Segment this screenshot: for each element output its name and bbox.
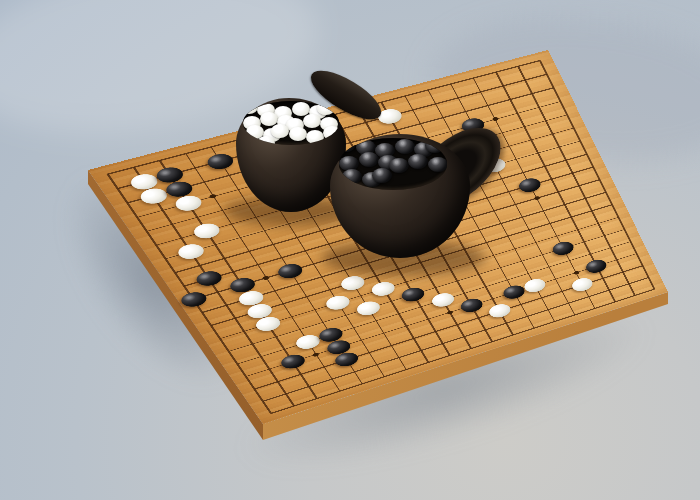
- white-bowl-opening: [243, 101, 339, 145]
- white-stone: [429, 291, 457, 309]
- star-point: [533, 196, 540, 201]
- black-heap-stone: [342, 169, 362, 184]
- white-heap-stone: [323, 126, 339, 140]
- black-stone: [399, 285, 427, 303]
- star-point: [446, 310, 453, 315]
- white-stone-heap: [243, 101, 339, 145]
- white-heap-stone: [306, 130, 324, 144]
- white-stone: [174, 242, 207, 262]
- white-stone: [354, 299, 383, 318]
- black-stone: [204, 151, 237, 171]
- white-heap-stone: [271, 124, 289, 138]
- black-heap-stone: [408, 154, 428, 169]
- white-heap-stone: [243, 140, 258, 145]
- white-heap-stone: [257, 136, 275, 145]
- white-heap-stone: [303, 114, 321, 128]
- star-point: [573, 270, 580, 275]
- black-stone: [193, 269, 225, 289]
- star-point: [492, 117, 499, 122]
- black-stone: [275, 261, 306, 280]
- black-stone: [458, 297, 485, 315]
- black-heap-stone: [395, 139, 415, 154]
- white-stone: [522, 277, 548, 295]
- white-stone: [369, 279, 398, 298]
- black-heap-stone: [389, 158, 409, 173]
- photo-scene: [0, 0, 700, 500]
- white-stone: [190, 221, 222, 241]
- white-heap-stone: [289, 127, 307, 141]
- black-stone: [584, 258, 609, 276]
- white-stone: [323, 293, 353, 312]
- black-stone: [177, 290, 209, 310]
- black-stone: [517, 176, 544, 194]
- black-stone-heap: [339, 138, 447, 190]
- black-heap-stone: [428, 157, 447, 172]
- white-stone: [570, 276, 595, 294]
- white-stone: [486, 302, 513, 320]
- black-stone: [550, 239, 576, 257]
- black-heap-stone: [372, 168, 392, 183]
- black-heap-stone: [359, 152, 379, 167]
- white-stone: [338, 274, 367, 293]
- black-bowl-opening: [339, 138, 447, 190]
- black-stone: [278, 352, 308, 371]
